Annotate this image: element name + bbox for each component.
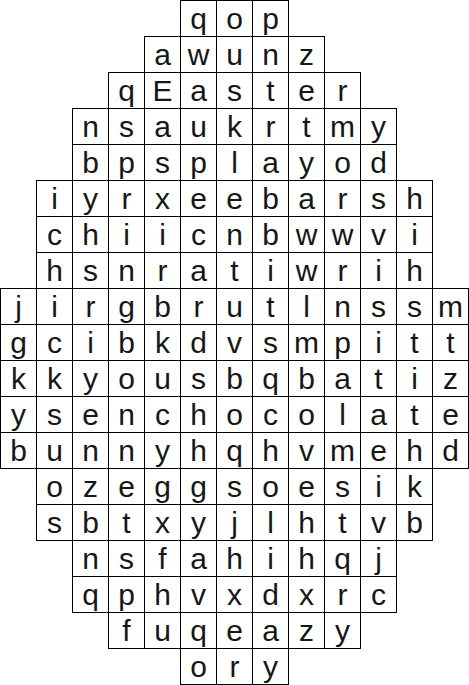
grid-cell-r9c0[interactable]: g	[0, 324, 37, 361]
grid-cell-r1c5[interactable]: w	[180, 36, 217, 73]
grid-cell-r12c0[interactable]: b	[0, 432, 37, 469]
grid-cell-r13c5[interactable]: g	[180, 468, 217, 505]
grid-cell-r5c9[interactable]: r	[324, 180, 361, 217]
grid-cell-r8c0[interactable]: j	[0, 288, 37, 325]
grid-cell-r4c4[interactable]: s	[144, 144, 181, 181]
grid-cell-r18c7[interactable]: y	[252, 648, 289, 685]
grid-cell-r12c5[interactable]: h	[180, 432, 217, 469]
grid-cell-r9c10[interactable]: i	[360, 324, 397, 361]
grid-cell-r10c8[interactable]: b	[288, 360, 325, 397]
grid-cell-r3c9[interactable]: m	[324, 108, 361, 145]
grid-cell-r10c1[interactable]: k	[36, 360, 73, 397]
grid-cell-r14c11[interactable]: b	[396, 504, 433, 541]
grid-cell-r6c5[interactable]: c	[180, 216, 217, 253]
grid-cell-r1c4[interactable]: a	[144, 36, 181, 73]
grid-cell-r12c12[interactable]: d	[432, 432, 469, 469]
grid-cell-r7c6[interactable]: t	[216, 252, 253, 289]
grid-cell-r12c7[interactable]: h	[252, 432, 289, 469]
grid-cell-r9c1[interactable]: c	[36, 324, 73, 361]
grid-cell-r4c2[interactable]: b	[72, 144, 109, 181]
grid-cell-r4c9[interactable]: o	[324, 144, 361, 181]
grid-cell-r3c10[interactable]: y	[360, 108, 397, 145]
grid-cell-r11c1[interactable]: s	[36, 396, 73, 433]
grid-cell-r14c9[interactable]: t	[324, 504, 361, 541]
grid-cell-r5c8[interactable]: a	[288, 180, 325, 217]
grid-cell-r4c10[interactable]: d	[360, 144, 397, 181]
grid-cell-r5c1[interactable]: i	[36, 180, 73, 217]
grid-cell-r6c7[interactable]: b	[252, 216, 289, 253]
grid-cell-r15c8[interactable]: h	[288, 540, 325, 577]
grid-cell-r12c6[interactable]: q	[216, 432, 253, 469]
grid-cell-r0c5[interactable]: q	[180, 0, 217, 37]
grid-cell-r6c9[interactable]: w	[324, 216, 361, 253]
grid-cell-r0c6[interactable]: o	[216, 0, 253, 37]
grid-cell-r6c1[interactable]: c	[36, 216, 73, 253]
grid-cell-r7c3[interactable]: n	[108, 252, 145, 289]
grid-cell-r7c5[interactable]: a	[180, 252, 217, 289]
grid-cell-r13c1[interactable]: o	[36, 468, 73, 505]
grid-cell-r14c4[interactable]: x	[144, 504, 181, 541]
grid-cell-r7c8[interactable]: w	[288, 252, 325, 289]
grid-cell-r9c2[interactable]: i	[72, 324, 109, 361]
grid-cell-r3c2[interactable]: n	[72, 108, 109, 145]
grid-cell-r13c6[interactable]: s	[216, 468, 253, 505]
grid-cell-r8c12[interactable]: m	[432, 288, 469, 325]
grid-cell-r15c3[interactable]: s	[108, 540, 145, 577]
grid-cell-r13c4[interactable]: g	[144, 468, 181, 505]
grid-cell-r9c7[interactable]: s	[252, 324, 289, 361]
grid-cell-r8c2[interactable]: r	[72, 288, 109, 325]
grid-cell-r4c6[interactable]: l	[216, 144, 253, 181]
grid-cell-r17c6[interactable]: e	[216, 612, 253, 649]
grid-cell-r12c8[interactable]: v	[288, 432, 325, 469]
grid-cell-r17c3[interactable]: f	[108, 612, 145, 649]
grid-cell-r6c10[interactable]: v	[360, 216, 397, 253]
word-search-board: qopawunzqEasternsaukrtmybpsplayodiyrxeeb…	[0, 0, 469, 685]
grid-cell-r6c11[interactable]: i	[396, 216, 433, 253]
grid-cell-r10c5[interactable]: s	[180, 360, 217, 397]
grid-cell-r3c4[interactable]: a	[144, 108, 181, 145]
grid-cell-r5c7[interactable]: b	[252, 180, 289, 217]
grid-cell-r16c5[interactable]: v	[180, 576, 217, 613]
grid-cell-r9c8[interactable]: m	[288, 324, 325, 361]
grid-cell-r6c2[interactable]: h	[72, 216, 109, 253]
grid-cell-r15c7[interactable]: i	[252, 540, 289, 577]
grid-cell-r8c6[interactable]: u	[216, 288, 253, 325]
grid-cell-r9c5[interactable]: d	[180, 324, 217, 361]
grid-cell-r8c8[interactable]: l	[288, 288, 325, 325]
grid-cell-r8c10[interactable]: s	[360, 288, 397, 325]
grid-cell-r11c8[interactable]: o	[288, 396, 325, 433]
grid-cell-r9c9[interactable]: p	[324, 324, 361, 361]
grid-cell-r16c2[interactable]: q	[72, 576, 109, 613]
grid-cell-r11c9[interactable]: l	[324, 396, 361, 433]
grid-cell-r15c10[interactable]: j	[360, 540, 397, 577]
grid-cell-r10c0[interactable]: k	[0, 360, 37, 397]
grid-cell-r10c2[interactable]: y	[72, 360, 109, 397]
grid-cell-r15c4[interactable]: f	[144, 540, 181, 577]
grid-cell-r11c12[interactable]: e	[432, 396, 469, 433]
grid-cell-r3c3[interactable]: s	[108, 108, 145, 145]
grid-cell-r3c6[interactable]: k	[216, 108, 253, 145]
grid-cell-r4c8[interactable]: y	[288, 144, 325, 181]
grid-cell-r5c4[interactable]: x	[144, 180, 181, 217]
grid-cell-r5c2[interactable]: y	[72, 180, 109, 217]
grid-cell-r2c4[interactable]: E	[144, 72, 181, 109]
grid-cell-r1c8[interactable]: z	[288, 36, 325, 73]
grid-cell-r7c11[interactable]: h	[396, 252, 433, 289]
grid-cell-r10c10[interactable]: t	[360, 360, 397, 397]
grid-cell-r2c9[interactable]: r	[324, 72, 361, 109]
grid-cell-r8c1[interactable]: i	[36, 288, 73, 325]
grid-cell-r3c8[interactable]: t	[288, 108, 325, 145]
grid-cell-r13c11[interactable]: k	[396, 468, 433, 505]
grid-cell-r14c6[interactable]: j	[216, 504, 253, 541]
grid-cell-r14c7[interactable]: l	[252, 504, 289, 541]
grid-cell-r4c5[interactable]: p	[180, 144, 217, 181]
grid-cell-r9c3[interactable]: b	[108, 324, 145, 361]
grid-cell-r17c4[interactable]: u	[144, 612, 181, 649]
grid-cell-r2c8[interactable]: e	[288, 72, 325, 109]
grid-cell-r7c2[interactable]: s	[72, 252, 109, 289]
grid-cell-r2c6[interactable]: s	[216, 72, 253, 109]
grid-cell-r2c5[interactable]: a	[180, 72, 217, 109]
grid-cell-r9c6[interactable]: v	[216, 324, 253, 361]
grid-cell-r11c5[interactable]: h	[180, 396, 217, 433]
grid-cell-r10c9[interactable]: a	[324, 360, 361, 397]
grid-cell-r10c3[interactable]: o	[108, 360, 145, 397]
grid-cell-r8c7[interactable]: t	[252, 288, 289, 325]
grid-cell-r1c7[interactable]: n	[252, 36, 289, 73]
grid-cell-r16c6[interactable]: x	[216, 576, 253, 613]
grid-cell-r14c3[interactable]: t	[108, 504, 145, 541]
grid-cell-r11c2[interactable]: e	[72, 396, 109, 433]
grid-cell-r14c1[interactable]: s	[36, 504, 73, 541]
grid-cell-r7c10[interactable]: i	[360, 252, 397, 289]
grid-cell-r16c7[interactable]: d	[252, 576, 289, 613]
grid-cell-r7c7[interactable]: i	[252, 252, 289, 289]
grid-cell-r11c10[interactable]: a	[360, 396, 397, 433]
grid-cell-r13c10[interactable]: i	[360, 468, 397, 505]
grid-cell-r14c2[interactable]: b	[72, 504, 109, 541]
grid-cell-r11c7[interactable]: c	[252, 396, 289, 433]
grid-cell-r2c7[interactable]: t	[252, 72, 289, 109]
grid-cell-r16c4[interactable]: h	[144, 576, 181, 613]
grid-cell-r10c6[interactable]: b	[216, 360, 253, 397]
grid-cell-r15c9[interactable]: q	[324, 540, 361, 577]
grid-cell-r6c3[interactable]: i	[108, 216, 145, 253]
grid-cell-r8c5[interactable]: r	[180, 288, 217, 325]
grid-cell-r13c7[interactable]: o	[252, 468, 289, 505]
grid-cell-r3c7[interactable]: r	[252, 108, 289, 145]
grid-cell-r8c11[interactable]: s	[396, 288, 433, 325]
grid-cell-r13c2[interactable]: z	[72, 468, 109, 505]
grid-cell-r16c3[interactable]: p	[108, 576, 145, 613]
grid-cell-r12c4[interactable]: y	[144, 432, 181, 469]
grid-cell-r11c0[interactable]: y	[0, 396, 37, 433]
grid-cell-r11c4[interactable]: c	[144, 396, 181, 433]
grid-cell-r13c8[interactable]: e	[288, 468, 325, 505]
grid-cell-r12c11[interactable]: h	[396, 432, 433, 469]
grid-cell-r14c10[interactable]: v	[360, 504, 397, 541]
grid-cell-r6c6[interactable]: n	[216, 216, 253, 253]
grid-cell-r9c11[interactable]: t	[396, 324, 433, 361]
grid-cell-r17c7[interactable]: a	[252, 612, 289, 649]
grid-cell-r10c7[interactable]: q	[252, 360, 289, 397]
grid-cell-r16c8[interactable]: x	[288, 576, 325, 613]
grid-cell-r12c10[interactable]: e	[360, 432, 397, 469]
grid-cell-r4c7[interactable]: a	[252, 144, 289, 181]
grid-cell-r16c10[interactable]: c	[360, 576, 397, 613]
grid-cell-r5c6[interactable]: e	[216, 180, 253, 217]
grid-cell-r8c3[interactable]: g	[108, 288, 145, 325]
grid-cell-r17c8[interactable]: z	[288, 612, 325, 649]
grid-cell-r8c9[interactable]: n	[324, 288, 361, 325]
grid-cell-r7c1[interactable]: h	[36, 252, 73, 289]
grid-cell-r17c5[interactable]: q	[180, 612, 217, 649]
grid-cell-r6c4[interactable]: i	[144, 216, 181, 253]
grid-cell-r9c4[interactable]: k	[144, 324, 181, 361]
grid-cell-r11c11[interactable]: t	[396, 396, 433, 433]
grid-cell-r14c5[interactable]: y	[180, 504, 217, 541]
grid-cell-r11c3[interactable]: n	[108, 396, 145, 433]
grid-cell-r17c9[interactable]: y	[324, 612, 361, 649]
grid-cell-r15c5[interactable]: a	[180, 540, 217, 577]
grid-cell-r8c4[interactable]: b	[144, 288, 181, 325]
grid-cell-r13c9[interactable]: s	[324, 468, 361, 505]
grid-cell-r1c6[interactable]: u	[216, 36, 253, 73]
grid-cell-r5c3[interactable]: r	[108, 180, 145, 217]
grid-cell-r11c6[interactable]: o	[216, 396, 253, 433]
grid-cell-r5c11[interactable]: h	[396, 180, 433, 217]
grid-cell-r5c10[interactable]: s	[360, 180, 397, 217]
grid-cell-r15c2[interactable]: n	[72, 540, 109, 577]
grid-cell-r2c3[interactable]: q	[108, 72, 145, 109]
grid-cell-r0c7[interactable]: p	[252, 0, 289, 37]
grid-cell-r12c3[interactable]: n	[108, 432, 145, 469]
grid-cell-r18c6[interactable]: r	[216, 648, 253, 685]
grid-cell-r7c9[interactable]: r	[324, 252, 361, 289]
grid-cell-r10c11[interactable]: i	[396, 360, 433, 397]
grid-cell-r13c3[interactable]: e	[108, 468, 145, 505]
grid-cell-r15c6[interactable]: h	[216, 540, 253, 577]
grid-cell-r12c2[interactable]: n	[72, 432, 109, 469]
grid-cell-r18c5[interactable]: o	[180, 648, 217, 685]
grid-cell-r10c12[interactable]: z	[432, 360, 469, 397]
grid-cell-r5c5[interactable]: e	[180, 180, 217, 217]
grid-cell-r4c3[interactable]: p	[108, 144, 145, 181]
grid-cell-r12c9[interactable]: m	[324, 432, 361, 469]
grid-cell-r9c12[interactable]: t	[432, 324, 469, 361]
grid-cell-r12c1[interactable]: u	[36, 432, 73, 469]
grid-cell-r3c5[interactable]: u	[180, 108, 217, 145]
grid-cell-r10c4[interactable]: u	[144, 360, 181, 397]
grid-cell-r6c8[interactable]: w	[288, 216, 325, 253]
grid-cell-r7c4[interactable]: r	[144, 252, 181, 289]
grid-cell-r14c8[interactable]: h	[288, 504, 325, 541]
grid-cell-r16c9[interactable]: r	[324, 576, 361, 613]
